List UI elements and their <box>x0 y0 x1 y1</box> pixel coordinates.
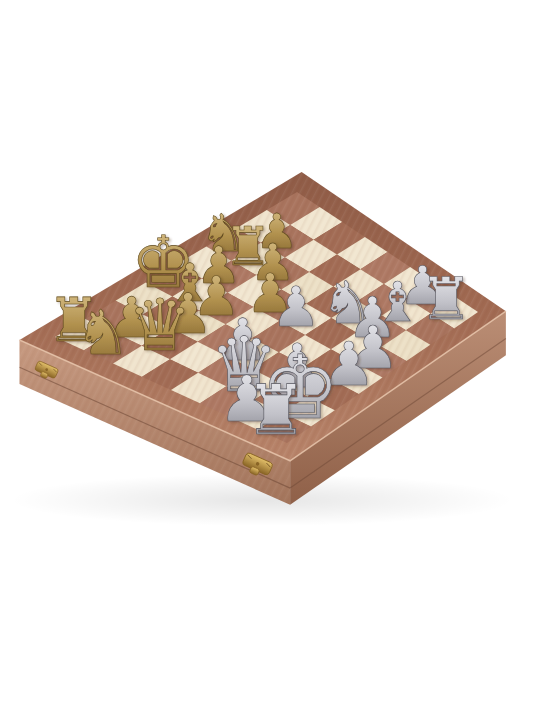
silver-pawn[interactable]: ♟ <box>271 275 320 339</box>
product-photo-canvas: ♟♞♜♟♟♚♝♟♟♟♜♝♞♟♟♟♟♜♛♞♟♟♟♟♛♚♟♜ <box>0 0 540 720</box>
silver-rook[interactable]: ♜ <box>245 370 307 450</box>
gold-queen[interactable]: ♛ <box>128 284 192 367</box>
gold-knight[interactable]: ♞ <box>75 297 130 369</box>
chess-set-scene: ♟♞♜♟♟♚♝♟♟♟♜♝♞♟♟♟♟♜♛♞♟♟♟♟♛♚♟♜ <box>0 0 540 720</box>
silver-rook[interactable]: ♜ <box>420 265 472 333</box>
